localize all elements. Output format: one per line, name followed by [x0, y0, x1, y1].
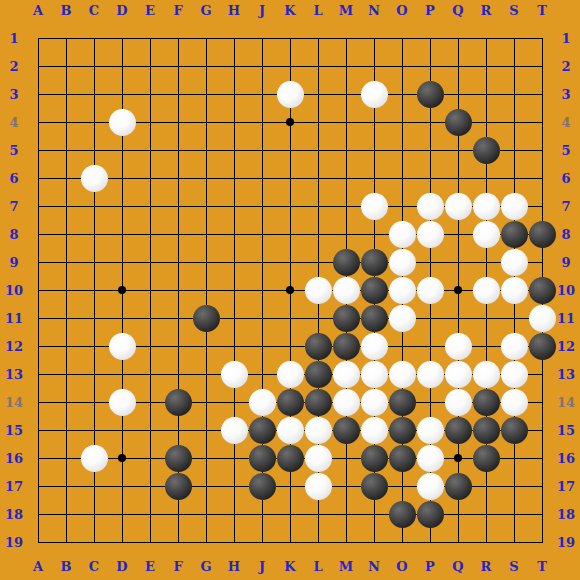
- black-stone: [333, 305, 360, 332]
- star-point: [286, 286, 294, 294]
- star-point: [454, 286, 462, 294]
- black-stone: [473, 389, 500, 416]
- column-label-top: C: [89, 4, 99, 17]
- star-point: [118, 286, 126, 294]
- column-label-top: L: [313, 4, 322, 17]
- black-stone: [305, 333, 332, 360]
- black-stone: [361, 249, 388, 276]
- row-label-left: 10: [5, 284, 23, 297]
- white-stone: [361, 333, 388, 360]
- white-stone: [417, 361, 444, 388]
- white-stone: [417, 221, 444, 248]
- row-label-right: 13: [557, 368, 575, 381]
- row-label-right: 18: [557, 508, 575, 521]
- column-label-bottom: T: [537, 560, 547, 573]
- row-label-left: 14: [5, 396, 23, 409]
- black-stone: [445, 109, 472, 136]
- black-stone: [501, 417, 528, 444]
- white-stone: [501, 277, 528, 304]
- white-stone: [361, 193, 388, 220]
- black-stone: [473, 417, 500, 444]
- column-label-top: H: [228, 4, 240, 17]
- black-stone: [361, 305, 388, 332]
- row-label-left: 13: [5, 368, 23, 381]
- white-stone: [361, 389, 388, 416]
- white-stone: [389, 305, 416, 332]
- row-label-right: 14: [557, 396, 575, 409]
- white-stone: [473, 277, 500, 304]
- grid-line-horizontal: [38, 318, 543, 319]
- black-stone: [529, 277, 556, 304]
- black-stone: [305, 361, 332, 388]
- column-label-bottom: A: [33, 560, 43, 573]
- column-label-top: N: [368, 4, 380, 17]
- star-point: [286, 118, 294, 126]
- column-label-bottom: F: [173, 560, 182, 573]
- row-label-right: 19: [557, 536, 575, 549]
- grid-line-horizontal: [38, 514, 543, 515]
- black-stone: [277, 389, 304, 416]
- black-stone: [389, 445, 416, 472]
- white-stone: [305, 473, 332, 500]
- black-stone: [305, 389, 332, 416]
- white-stone: [501, 361, 528, 388]
- row-label-right: 12: [557, 340, 575, 353]
- row-label-left: 3: [9, 88, 18, 101]
- column-label-top: K: [284, 4, 295, 17]
- white-stone: [501, 249, 528, 276]
- black-stone: [389, 417, 416, 444]
- white-stone: [501, 333, 528, 360]
- row-label-right: 16: [557, 452, 575, 465]
- black-stone: [249, 473, 276, 500]
- star-point: [454, 454, 462, 462]
- white-stone: [417, 193, 444, 220]
- white-stone: [109, 333, 136, 360]
- column-label-bottom: M: [339, 560, 353, 573]
- black-stone: [529, 333, 556, 360]
- row-label-left: 1: [9, 32, 18, 45]
- column-label-top: D: [116, 4, 127, 17]
- row-label-left: 18: [5, 508, 23, 521]
- white-stone: [445, 193, 472, 220]
- column-label-top: S: [509, 4, 518, 17]
- black-stone: [529, 221, 556, 248]
- black-stone: [333, 417, 360, 444]
- column-label-top: R: [481, 4, 492, 17]
- row-label-right: 4: [561, 116, 570, 129]
- white-stone: [473, 221, 500, 248]
- column-label-bottom: H: [228, 560, 240, 573]
- row-label-left: 11: [5, 312, 23, 325]
- go-board-19x19[interactable]: AABBCCDDEEFFGGHHJJKKLLMMNNOOPPQQRRSSTT11…: [0, 0, 580, 580]
- white-stone: [221, 361, 248, 388]
- column-label-bottom: E: [145, 560, 155, 573]
- column-label-top: T: [537, 4, 547, 17]
- row-label-left: 6: [9, 172, 18, 185]
- row-label-left: 8: [9, 228, 18, 241]
- row-label-right: 17: [557, 480, 575, 493]
- black-stone: [249, 417, 276, 444]
- column-label-bottom: B: [61, 560, 72, 573]
- white-stone: [249, 389, 276, 416]
- black-stone: [417, 501, 444, 528]
- white-stone: [417, 473, 444, 500]
- black-stone: [361, 445, 388, 472]
- black-stone: [361, 277, 388, 304]
- column-label-top: F: [173, 4, 182, 17]
- white-stone: [277, 81, 304, 108]
- row-label-left: 7: [9, 200, 18, 213]
- white-stone: [333, 277, 360, 304]
- row-label-right: 15: [557, 424, 575, 437]
- row-label-left: 9: [9, 256, 18, 269]
- white-stone: [305, 445, 332, 472]
- black-stone: [165, 473, 192, 500]
- row-label-left: 5: [9, 144, 18, 157]
- row-label-left: 15: [5, 424, 23, 437]
- black-stone: [501, 221, 528, 248]
- row-label-right: 8: [561, 228, 570, 241]
- column-label-top: A: [33, 4, 43, 17]
- row-label-left: 4: [9, 116, 18, 129]
- column-label-top: G: [200, 4, 211, 17]
- row-label-right: 2: [561, 60, 570, 73]
- white-stone: [361, 417, 388, 444]
- column-label-bottom: O: [396, 560, 407, 573]
- white-stone: [389, 249, 416, 276]
- row-label-left: 12: [5, 340, 23, 353]
- white-stone: [389, 361, 416, 388]
- white-stone: [277, 361, 304, 388]
- row-label-left: 19: [5, 536, 23, 549]
- column-label-bottom: P: [425, 560, 435, 573]
- grid-line-horizontal: [38, 542, 543, 543]
- row-label-right: 6: [561, 172, 570, 185]
- row-label-right: 9: [561, 256, 570, 269]
- row-label-right: 7: [561, 200, 570, 213]
- white-stone: [501, 389, 528, 416]
- white-stone: [81, 445, 108, 472]
- white-stone: [305, 417, 332, 444]
- column-label-bottom: G: [200, 560, 211, 573]
- row-label-right: 11: [557, 312, 575, 325]
- white-stone: [109, 389, 136, 416]
- star-point: [118, 454, 126, 462]
- row-label-right: 3: [561, 88, 570, 101]
- row-label-left: 16: [5, 452, 23, 465]
- black-stone: [473, 137, 500, 164]
- column-label-top: M: [339, 4, 353, 17]
- white-stone: [389, 277, 416, 304]
- white-stone: [361, 81, 388, 108]
- black-stone: [389, 389, 416, 416]
- black-stone: [165, 445, 192, 472]
- column-label-top: Q: [452, 4, 463, 17]
- row-label-right: 1: [561, 32, 570, 45]
- white-stone: [473, 361, 500, 388]
- black-stone: [333, 249, 360, 276]
- column-label-bottom: K: [284, 560, 295, 573]
- white-stone: [333, 361, 360, 388]
- white-stone: [417, 417, 444, 444]
- white-stone: [445, 389, 472, 416]
- white-stone: [501, 193, 528, 220]
- column-label-bottom: J: [259, 560, 265, 573]
- black-stone: [361, 473, 388, 500]
- column-label-bottom: C: [89, 560, 99, 573]
- column-label-bottom: D: [116, 560, 127, 573]
- black-stone: [193, 305, 220, 332]
- white-stone: [221, 417, 248, 444]
- column-label-bottom: S: [509, 560, 518, 573]
- white-stone: [445, 361, 472, 388]
- white-stone: [473, 193, 500, 220]
- row-label-right: 5: [561, 144, 570, 157]
- white-stone: [109, 109, 136, 136]
- white-stone: [81, 165, 108, 192]
- black-stone: [333, 333, 360, 360]
- black-stone: [445, 417, 472, 444]
- white-stone: [529, 305, 556, 332]
- black-stone: [277, 445, 304, 472]
- white-stone: [417, 445, 444, 472]
- black-stone: [445, 473, 472, 500]
- column-label-top: B: [61, 4, 72, 17]
- white-stone: [417, 277, 444, 304]
- white-stone: [389, 221, 416, 248]
- white-stone: [277, 417, 304, 444]
- column-label-bottom: N: [368, 560, 380, 573]
- column-label-bottom: Q: [452, 560, 463, 573]
- column-label-top: P: [425, 4, 435, 17]
- white-stone: [361, 361, 388, 388]
- black-stone: [165, 389, 192, 416]
- column-label-bottom: L: [313, 560, 322, 573]
- row-label-right: 10: [557, 284, 575, 297]
- black-stone: [389, 501, 416, 528]
- white-stone: [445, 333, 472, 360]
- column-label-top: J: [259, 4, 265, 17]
- column-label-top: E: [145, 4, 155, 17]
- black-stone: [417, 81, 444, 108]
- white-stone: [333, 389, 360, 416]
- row-label-left: 2: [9, 60, 18, 73]
- white-stone: [305, 277, 332, 304]
- black-stone: [249, 445, 276, 472]
- column-label-bottom: R: [481, 560, 492, 573]
- row-label-left: 17: [5, 480, 23, 493]
- black-stone: [473, 445, 500, 472]
- column-label-top: O: [396, 4, 407, 17]
